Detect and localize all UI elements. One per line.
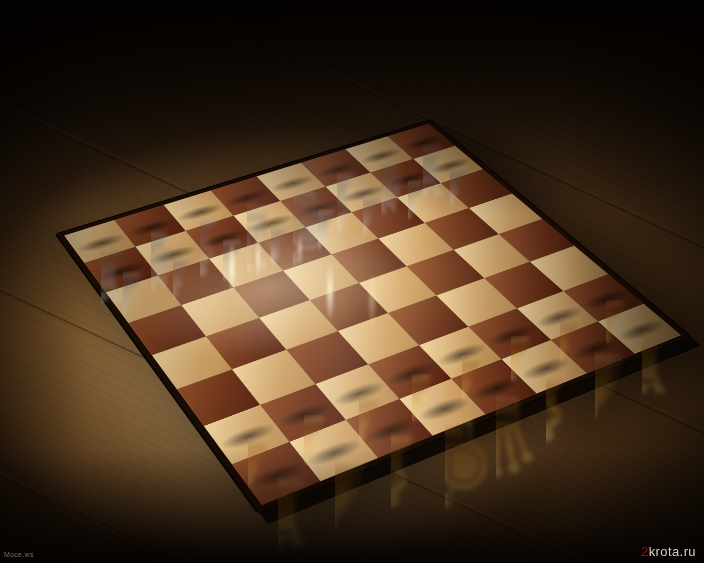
chess-board: ♜♜♞♞♝♝♚♚♛♛♝♝♞♞♜♜♟♟♟♟♟♟♟♟♟♟♟♟♟♟♟♟♟♟♟♟♟♟♟♟… [57, 120, 690, 512]
watermark-right: 2krota.ru [641, 544, 696, 559]
silver-pawn-icon: ♟ [54, 214, 193, 271]
board-perspective: ♜♜♞♞♝♝♚♚♛♛♝♝♞♞♜♜♟♟♟♟♟♟♟♟♟♟♟♟♟♟♟♟♟♟♟♟♟♟♟♟… [0, 0, 704, 563]
watermark-right-prefix: 2 [641, 544, 649, 559]
watermark-right-rest: krota.ru [649, 544, 696, 559]
gold-rook-icon: ♜ [196, 387, 360, 476]
watermark-left: Moce.ws [4, 551, 34, 558]
chess-photo-scene: ♜♜♞♞♝♝♚♚♛♛♝♝♞♞♜♜♟♟♟♟♟♟♟♟♟♟♟♟♟♟♟♟♟♟♟♟♟♟♟♟… [0, 0, 704, 563]
square-h8: ♜♜ [232, 442, 321, 505]
